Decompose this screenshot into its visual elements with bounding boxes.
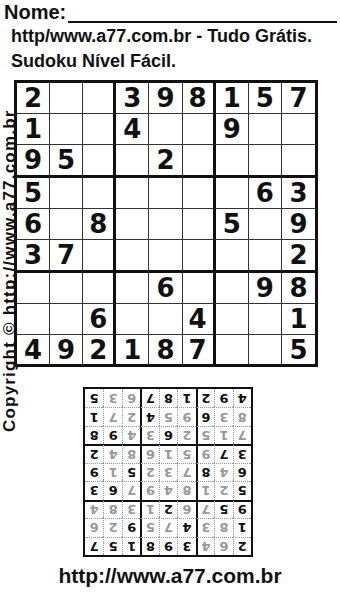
solution-cell-r8c1: 8 <box>233 407 251 425</box>
solution-cell-r6c9: 2 <box>85 444 103 462</box>
solution-cell-r4c5: 4 <box>159 481 177 499</box>
puzzle-cell-r6c8 <box>249 240 282 273</box>
puzzle-cell-r2c5 <box>149 114 182 145</box>
solution-cell-r7c8: 9 <box>103 426 121 444</box>
puzzle-cell-r8c5 <box>149 304 182 335</box>
solution-cell-r2c1: 1 <box>233 518 251 536</box>
solution-cell-r9c8: 3 <box>103 389 121 407</box>
puzzle-cell-r3c1: 9 <box>17 145 50 178</box>
puzzle-cell-r6c1: 3 <box>17 240 50 273</box>
solution-cell-r3c5: 2 <box>159 500 177 518</box>
puzzle-cell-r6c6 <box>183 240 216 273</box>
name-label: Nome: <box>4 1 66 23</box>
solution-cell-r3c3: 7 <box>196 500 214 518</box>
solution-cell-r1c8: 5 <box>103 537 121 555</box>
puzzle-cell-r5c4 <box>116 209 149 240</box>
puzzle-cell-r2c6 <box>183 114 216 145</box>
solution-cell-r2c7: 9 <box>122 518 140 536</box>
sudoku-grid: 239815714995256368593726986414921875 <box>14 80 318 367</box>
puzzle-cell-r4c7 <box>216 178 249 209</box>
solution-cell-r9c5: 8 <box>159 389 177 407</box>
puzzle-cell-r2c2 <box>50 114 83 145</box>
solution-cell-r9c6: 7 <box>140 389 158 407</box>
solution-cell-r6c7: 8 <box>122 444 140 462</box>
solution-cell-r6c8: 4 <box>103 444 121 462</box>
puzzle-cell-r8c6: 4 <box>183 304 216 335</box>
puzzle-cell-r9c3: 2 <box>83 335 116 365</box>
puzzle-cell-r7c5: 6 <box>149 273 182 304</box>
solution-cell-r9c7: 6 <box>122 389 140 407</box>
puzzle-cell-r9c4: 1 <box>116 335 149 365</box>
puzzle-cell-r9c9: 5 <box>282 335 315 365</box>
puzzle-cell-r3c2: 5 <box>50 145 83 178</box>
puzzle-cell-r9c5: 8 <box>149 335 182 365</box>
solution-cell-r8c6: 4 <box>140 407 158 425</box>
puzzle-cell-r3c3 <box>83 145 116 178</box>
puzzle-cell-r9c1: 4 <box>17 335 50 365</box>
puzzle-cell-r3c8 <box>249 145 282 178</box>
solution-cell-r5c2: 4 <box>214 463 232 481</box>
solution-cell-r6c2: 7 <box>214 444 232 462</box>
puzzle-cell-r4c9: 3 <box>282 178 315 209</box>
solution-cell-r4c6: 9 <box>140 481 158 499</box>
solution-cell-r4c7: 7 <box>122 481 140 499</box>
puzzle-cell-r1c5: 9 <box>149 83 182 114</box>
solution-cell-r1c2: 6 <box>214 537 232 555</box>
solution-cell-r9c3: 2 <box>196 389 214 407</box>
solution-cell-r5c5: 3 <box>159 463 177 481</box>
puzzle-cell-r7c9: 8 <box>282 273 315 304</box>
puzzle-cell-r9c6: 7 <box>183 335 216 365</box>
puzzle-cell-r5c5 <box>149 209 182 240</box>
puzzle-cell-r1c9: 7 <box>282 83 315 114</box>
solution-cell-r8c2: 3 <box>214 407 232 425</box>
solution-cell-r2c2: 8 <box>214 518 232 536</box>
solution-cell-r7c5: 6 <box>159 426 177 444</box>
puzzle-cell-r8c7 <box>216 304 249 335</box>
solution-cell-r1c1: 2 <box>233 537 251 555</box>
puzzle-cell-r7c3 <box>83 273 116 304</box>
footer-url: http://www.a77.com.br <box>0 564 340 588</box>
puzzle-cell-r1c7: 1 <box>216 83 249 114</box>
solution-cell-r7c2: 1 <box>214 426 232 444</box>
puzzle-cell-r5c1: 6 <box>17 209 50 240</box>
solution-cell-r7c3: 5 <box>196 426 214 444</box>
solution-cell-r3c4: 6 <box>177 500 195 518</box>
puzzle-cell-r7c2 <box>50 273 83 304</box>
puzzle-cell-r8c9: 1 <box>282 304 315 335</box>
solution-cell-r6c6: 6 <box>140 444 158 462</box>
puzzle-title: Sudoku Nível Fácil. <box>11 51 176 72</box>
solution-cell-r2c4: 4 <box>177 518 195 536</box>
solution-cell-r9c4: 1 <box>177 389 195 407</box>
solution-cell-r8c4: 9 <box>177 407 195 425</box>
puzzle-cell-r6c2: 7 <box>50 240 83 273</box>
puzzle-cell-r5c9: 9 <box>282 209 315 240</box>
solution-cell-r5c4: 7 <box>177 463 195 481</box>
puzzle-cell-r2c1: 1 <box>17 114 50 145</box>
puzzle-cell-r7c6 <box>183 273 216 304</box>
puzzle-cell-r1c3 <box>83 83 116 114</box>
solution-cell-r7c6: 3 <box>140 426 158 444</box>
solution-cell-r8c8: 7 <box>103 407 121 425</box>
solution-cell-r3c9: 4 <box>85 500 103 518</box>
puzzle-cell-r7c8: 9 <box>249 273 282 304</box>
puzzle-cell-r4c4 <box>116 178 149 209</box>
solution-cell-r4c3: 1 <box>196 481 214 499</box>
puzzle-cell-r2c4: 4 <box>116 114 149 145</box>
puzzle-cell-r6c7 <box>216 240 249 273</box>
puzzle-cell-r3c7 <box>216 145 249 178</box>
puzzle-cell-r6c5 <box>149 240 182 273</box>
puzzle-cell-r6c9: 2 <box>282 240 315 273</box>
solution-cell-r5c8: 1 <box>103 463 121 481</box>
solution-cell-r6c3: 9 <box>196 444 214 462</box>
puzzle-cell-r2c3 <box>83 114 116 145</box>
solution-cell-r2c5: 7 <box>159 518 177 536</box>
puzzle-cell-r1c6: 8 <box>183 83 216 114</box>
solution-cell-r8c3: 6 <box>196 407 214 425</box>
solution-cell-r5c6: 2 <box>140 463 158 481</box>
puzzle-cell-r7c1 <box>17 273 50 304</box>
puzzle-cell-r3c6 <box>183 145 216 178</box>
puzzle-cell-r4c1: 5 <box>17 178 50 209</box>
solution-cell-r7c7: 4 <box>122 426 140 444</box>
solution-cell-r5c3: 8 <box>196 463 214 481</box>
solution-cell-r9c2: 9 <box>214 389 232 407</box>
solution-cell-r3c7: 3 <box>122 500 140 518</box>
solution-cell-r4c4: 8 <box>177 481 195 499</box>
solution-cell-r9c9: 5 <box>85 389 103 407</box>
solution-cell-r2c6: 5 <box>140 518 158 536</box>
solution-cell-r1c4: 3 <box>177 537 195 555</box>
solution-cell-r4c9: 3 <box>85 481 103 499</box>
puzzle-cell-r3c5: 2 <box>149 145 182 178</box>
puzzle-cell-r1c1: 2 <box>17 83 50 114</box>
solution-cell-r5c7: 5 <box>122 463 140 481</box>
puzzle-cell-r9c7 <box>216 335 249 365</box>
solution-grid-rotated: 2643981571834759269576213845218497636487… <box>83 387 253 557</box>
solution-cell-r2c8: 2 <box>103 518 121 536</box>
puzzle-cell-r9c8 <box>249 335 282 365</box>
puzzle-cell-r2c7: 9 <box>216 114 249 145</box>
solution-cell-r2c9: 6 <box>85 518 103 536</box>
puzzle-cell-r4c5 <box>149 178 182 209</box>
puzzle-cell-r8c1 <box>17 304 50 335</box>
solution-cell-r1c6: 8 <box>140 537 158 555</box>
solution-cell-r3c8: 8 <box>103 500 121 518</box>
name-blank-line <box>68 1 337 23</box>
solution-cell-r7c4: 2 <box>177 426 195 444</box>
solution-cell-r2c3: 3 <box>196 518 214 536</box>
puzzle-cell-r5c3: 8 <box>83 209 116 240</box>
puzzle-cell-r1c8: 5 <box>249 83 282 114</box>
solution-cell-r1c7: 1 <box>122 537 140 555</box>
puzzle-cell-r5c8 <box>249 209 282 240</box>
puzzle-cell-r1c2 <box>50 83 83 114</box>
solution-cell-r5c9: 9 <box>85 463 103 481</box>
solution-cell-r1c3: 4 <box>196 537 214 555</box>
puzzle-cell-r8c4 <box>116 304 149 335</box>
worksheet-page: Nome: http/www.a77.com.br - Tudo Grátis.… <box>0 0 340 596</box>
puzzle-cell-r7c7 <box>216 273 249 304</box>
solution-cell-r6c4: 5 <box>177 444 195 462</box>
puzzle-cell-r5c6 <box>183 209 216 240</box>
solution-cell-r6c1: 3 <box>233 444 251 462</box>
puzzle-cell-r7c4 <box>116 273 149 304</box>
puzzle-cell-r5c7: 5 <box>216 209 249 240</box>
solution-cell-r1c5: 9 <box>159 537 177 555</box>
puzzle-cell-r8c8 <box>249 304 282 335</box>
puzzle-cell-r2c9 <box>282 114 315 145</box>
puzzle-cell-r2c8 <box>249 114 282 145</box>
puzzle-cell-r4c3 <box>83 178 116 209</box>
solution-cell-r1c9: 7 <box>85 537 103 555</box>
solution-cell-r4c2: 2 <box>214 481 232 499</box>
puzzle-cell-r9c2: 9 <box>50 335 83 365</box>
puzzle-cell-r4c6 <box>183 178 216 209</box>
puzzle-cell-r1c4: 3 <box>116 83 149 114</box>
puzzle-cell-r6c4 <box>116 240 149 273</box>
puzzle-cell-r8c3: 6 <box>83 304 116 335</box>
solution-cell-r3c1: 9 <box>233 500 251 518</box>
solution-cell-r6c5: 1 <box>159 444 177 462</box>
solution-cell-r5c1: 6 <box>233 463 251 481</box>
site-tagline: http/www.a77.com.br - Tudo Grátis. <box>11 26 312 47</box>
puzzle-cell-r5c2 <box>50 209 83 240</box>
solution-cell-r8c5: 5 <box>159 407 177 425</box>
solution-cell-r7c1: 7 <box>233 426 251 444</box>
name-row: Nome: <box>4 1 337 23</box>
solution-cell-r8c7: 2 <box>122 407 140 425</box>
solution-cell-r4c8: 6 <box>103 481 121 499</box>
solution-cell-r9c1: 4 <box>233 389 251 407</box>
puzzle-cell-r6c3 <box>83 240 116 273</box>
solution-cell-r8c9: 1 <box>85 407 103 425</box>
puzzle-cell-r4c8: 6 <box>249 178 282 209</box>
solution-cell-r4c1: 5 <box>233 481 251 499</box>
puzzle-cell-r3c4 <box>116 145 149 178</box>
solution-cell-r3c6: 1 <box>140 500 158 518</box>
puzzle-cell-r8c2 <box>50 304 83 335</box>
puzzle-cell-r4c2 <box>50 178 83 209</box>
solution-cell-r3c2: 5 <box>214 500 232 518</box>
solution-cell-r7c9: 8 <box>85 426 103 444</box>
puzzle-cell-r3c9 <box>282 145 315 178</box>
